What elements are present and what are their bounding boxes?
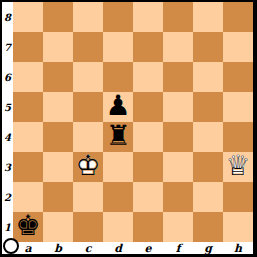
square-g1[interactable]	[193, 212, 223, 242]
square-d7[interactable]	[103, 32, 133, 62]
square-f2[interactable]	[163, 182, 193, 212]
diagram-inner: 87654321 ♟♜♚♔♛♕♚ abcdefgh	[2, 2, 253, 254]
side-to-move-indicator[interactable]	[3, 238, 19, 254]
square-a4[interactable]	[13, 122, 43, 152]
square-e3[interactable]	[133, 152, 163, 182]
square-h3[interactable]: ♛♕	[223, 152, 253, 182]
square-g2[interactable]	[193, 182, 223, 212]
square-b8[interactable]	[43, 2, 73, 32]
square-f1[interactable]	[163, 212, 193, 242]
square-h7[interactable]	[223, 32, 253, 62]
square-g7[interactable]	[193, 32, 223, 62]
square-b6[interactable]	[43, 62, 73, 92]
piece-black-rook[interactable]: ♜	[103, 122, 133, 152]
square-d5[interactable]: ♟	[103, 92, 133, 122]
rank-label-8: 8	[2, 2, 13, 32]
white-queen-glyph: ♕	[225, 152, 250, 180]
board: ♟♜♚♔♛♕♚	[13, 2, 253, 242]
file-labels: abcdefgh	[13, 242, 253, 254]
file-label-g: g	[193, 242, 223, 255]
square-c6[interactable]	[73, 62, 103, 92]
rank-label-3: 3	[2, 152, 13, 182]
square-h1[interactable]	[223, 212, 253, 242]
square-e4[interactable]	[133, 122, 163, 152]
square-c2[interactable]	[73, 182, 103, 212]
square-e5[interactable]	[133, 92, 163, 122]
square-a8[interactable]	[13, 2, 43, 32]
square-a5[interactable]	[13, 92, 43, 122]
rank-labels: 87654321	[2, 2, 13, 242]
file-label-h: h	[223, 242, 253, 255]
square-f7[interactable]	[163, 32, 193, 62]
square-c3[interactable]: ♚♔	[73, 152, 103, 182]
square-g3[interactable]	[193, 152, 223, 182]
square-f6[interactable]	[163, 62, 193, 92]
square-b4[interactable]	[43, 122, 73, 152]
square-b1[interactable]	[43, 212, 73, 242]
square-b2[interactable]	[43, 182, 73, 212]
square-f5[interactable]	[163, 92, 193, 122]
square-c7[interactable]	[73, 32, 103, 62]
square-e7[interactable]	[133, 32, 163, 62]
rank-label-4: 4	[2, 122, 13, 152]
square-f3[interactable]	[163, 152, 193, 182]
square-d8[interactable]	[103, 2, 133, 32]
square-b3[interactable]	[43, 152, 73, 182]
rank-label-7: 7	[2, 32, 13, 62]
chess-diagram: 87654321 ♟♜♚♔♛♕♚ abcdefgh	[0, 0, 257, 257]
square-e2[interactable]	[133, 182, 163, 212]
file-label-b: b	[43, 242, 73, 255]
square-h5[interactable]	[223, 92, 253, 122]
square-d2[interactable]	[103, 182, 133, 212]
rank-label-5: 5	[2, 92, 13, 122]
square-a3[interactable]	[13, 152, 43, 182]
piece-white-queen[interactable]: ♛♕	[223, 152, 253, 182]
square-d4[interactable]: ♜	[103, 122, 133, 152]
black-rook-glyph: ♜	[105, 122, 130, 150]
square-a2[interactable]	[13, 182, 43, 212]
black-king-glyph: ♚	[15, 212, 40, 240]
file-label-c: c	[73, 242, 103, 255]
square-h4[interactable]	[223, 122, 253, 152]
square-b7[interactable]	[43, 32, 73, 62]
square-f4[interactable]	[163, 122, 193, 152]
square-g5[interactable]	[193, 92, 223, 122]
piece-black-pawn[interactable]: ♟	[103, 92, 133, 122]
square-e1[interactable]	[133, 212, 163, 242]
square-f8[interactable]	[163, 2, 193, 32]
square-a6[interactable]	[13, 62, 43, 92]
white-king-glyph: ♔	[75, 152, 100, 180]
square-d1[interactable]	[103, 212, 133, 242]
square-h8[interactable]	[223, 2, 253, 32]
square-h6[interactable]	[223, 62, 253, 92]
file-label-e: e	[133, 242, 163, 255]
rank-label-6: 6	[2, 62, 13, 92]
piece-white-king[interactable]: ♚♔	[73, 152, 103, 182]
piece-black-king[interactable]: ♚	[13, 212, 43, 242]
rank-label-2: 2	[2, 182, 13, 212]
square-h2[interactable]	[223, 182, 253, 212]
file-label-d: d	[103, 242, 133, 255]
square-a1[interactable]: ♚	[13, 212, 43, 242]
square-e6[interactable]	[133, 62, 163, 92]
square-c8[interactable]	[73, 2, 103, 32]
square-d3[interactable]	[103, 152, 133, 182]
square-c1[interactable]	[73, 212, 103, 242]
square-g8[interactable]	[193, 2, 223, 32]
square-a7[interactable]	[13, 32, 43, 62]
file-label-f: f	[163, 242, 193, 255]
square-c4[interactable]	[73, 122, 103, 152]
black-pawn-glyph: ♟	[105, 92, 130, 120]
square-g6[interactable]	[193, 62, 223, 92]
square-g4[interactable]	[193, 122, 223, 152]
square-e8[interactable]	[133, 2, 163, 32]
square-d6[interactable]	[103, 62, 133, 92]
square-b5[interactable]	[43, 92, 73, 122]
square-c5[interactable]	[73, 92, 103, 122]
